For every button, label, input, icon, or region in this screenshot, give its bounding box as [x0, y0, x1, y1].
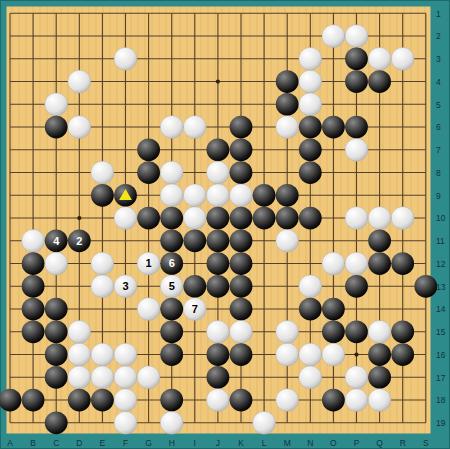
coord-number: 8	[436, 168, 441, 178]
coord-letter: L	[262, 438, 267, 448]
stone-white[interactable]	[391, 47, 414, 70]
coord-letter: R	[400, 438, 406, 448]
coord-number: 4	[436, 77, 441, 87]
stone-white[interactable]	[68, 116, 91, 139]
stone-white[interactable]	[91, 275, 114, 298]
stone-black[interactable]	[22, 298, 45, 321]
stone-white[interactable]	[345, 25, 368, 48]
stone-black[interactable]	[45, 298, 68, 321]
stone-black[interactable]	[391, 320, 414, 343]
stone-black[interactable]	[91, 184, 114, 207]
stone-white[interactable]	[230, 320, 253, 343]
stone-black[interactable]	[414, 275, 437, 298]
stone-black[interactable]	[368, 229, 391, 252]
stone-white[interactable]	[160, 184, 183, 207]
coord-number: 6	[436, 122, 441, 132]
stone-white[interactable]	[299, 70, 322, 93]
stone-black[interactable]	[276, 93, 299, 116]
stone-white[interactable]	[45, 93, 68, 116]
star-point	[216, 79, 220, 83]
stone-black[interactable]	[207, 343, 230, 366]
coord-letter: F	[123, 438, 128, 448]
coord-number: 16	[436, 350, 446, 360]
stone-black[interactable]	[391, 252, 414, 275]
coord-number: 12	[436, 259, 446, 269]
stone-black[interactable]	[253, 184, 276, 207]
stone-black[interactable]	[160, 320, 183, 343]
stone-black[interactable]	[230, 116, 253, 139]
stone-white[interactable]	[345, 138, 368, 161]
stone-white[interactable]	[114, 389, 137, 412]
move-number-label: 6	[169, 257, 175, 269]
stone-black[interactable]	[368, 70, 391, 93]
coord-number: 3	[436, 54, 441, 64]
stone-black[interactable]	[22, 320, 45, 343]
stone-black[interactable]	[391, 343, 414, 366]
stone-black[interactable]	[345, 275, 368, 298]
coord-number: 13	[436, 282, 446, 292]
stone-black[interactable]	[322, 116, 345, 139]
stone-black[interactable]	[207, 252, 230, 275]
stone-white[interactable]	[160, 161, 183, 184]
coord-number: 11	[436, 236, 445, 246]
stone-white[interactable]	[68, 343, 91, 366]
coord-number: 18	[436, 395, 446, 405]
stone-black[interactable]	[345, 47, 368, 70]
stone-white[interactable]	[299, 93, 322, 116]
stone-black[interactable]	[45, 343, 68, 366]
stone-black[interactable]	[160, 343, 183, 366]
move-number-label: 7	[192, 303, 198, 315]
coord-letter: P	[354, 438, 360, 448]
stone-white[interactable]	[276, 116, 299, 139]
stone-white[interactable]	[137, 298, 160, 321]
coord-number: 10	[436, 213, 446, 223]
stone-white[interactable]	[45, 252, 68, 275]
coord-letter: D	[76, 438, 82, 448]
coord-letter: C	[53, 438, 59, 448]
stone-black[interactable]	[230, 207, 253, 230]
stone-white[interactable]	[276, 343, 299, 366]
stone-black[interactable]	[276, 207, 299, 230]
move-number-label: 3	[122, 280, 128, 292]
stone-black[interactable]	[322, 389, 345, 412]
coord-letter: N	[307, 438, 313, 448]
coord-letter: J	[216, 438, 220, 448]
coord-letter: O	[330, 438, 337, 448]
stone-black[interactable]	[299, 138, 322, 161]
stone-black[interactable]	[160, 229, 183, 252]
stone-white[interactable]	[183, 184, 206, 207]
coord-number: 5	[436, 100, 441, 110]
stone-white[interactable]	[276, 229, 299, 252]
move-number-label: 5	[169, 280, 175, 292]
coord-letter: Q	[376, 438, 383, 448]
stone-white[interactable]	[114, 47, 137, 70]
coord-number: 17	[436, 373, 446, 383]
stone-white[interactable]	[91, 161, 114, 184]
stone-white[interactable]	[207, 389, 230, 412]
stone-black[interactable]	[299, 207, 322, 230]
coord-letter: I	[194, 438, 196, 448]
stone-black[interactable]	[299, 298, 322, 321]
stone-black[interactable]	[230, 161, 253, 184]
coord-letter: B	[30, 438, 36, 448]
stone-black[interactable]	[137, 207, 160, 230]
stone-white[interactable]	[322, 25, 345, 48]
stone-white[interactable]	[183, 207, 206, 230]
stone-black[interactable]	[45, 366, 68, 389]
stone-white[interactable]	[230, 184, 253, 207]
star-point	[77, 216, 81, 220]
stone-black[interactable]	[230, 252, 253, 275]
coord-letter: H	[169, 438, 175, 448]
coord-number: 19	[436, 418, 446, 428]
stone-white[interactable]	[91, 252, 114, 275]
move-number-label: 4	[53, 235, 60, 247]
stone-black[interactable]	[299, 161, 322, 184]
stone-black[interactable]	[230, 138, 253, 161]
move-number-label: 1	[146, 257, 152, 269]
stone-white[interactable]	[345, 252, 368, 275]
stone-white[interactable]	[207, 161, 230, 184]
stone-black[interactable]	[22, 252, 45, 275]
stone-black[interactable]	[207, 138, 230, 161]
stone-white[interactable]	[183, 116, 206, 139]
stone-black[interactable]	[160, 389, 183, 412]
stone-black[interactable]	[137, 138, 160, 161]
stone-black[interactable]	[160, 298, 183, 321]
stone-white[interactable]	[160, 116, 183, 139]
stone-black[interactable]	[22, 389, 45, 412]
stone-black[interactable]	[345, 320, 368, 343]
stone-black[interactable]	[137, 161, 160, 184]
coord-number: 9	[436, 191, 441, 201]
star-point	[354, 352, 358, 356]
stone-black[interactable]	[45, 411, 68, 434]
stone-white[interactable]	[345, 207, 368, 230]
stone-black[interactable]	[68, 389, 91, 412]
coord-number: 15	[436, 327, 446, 337]
stone-white[interactable]	[68, 320, 91, 343]
stone-black[interactable]	[230, 389, 253, 412]
stone-white[interactable]	[22, 229, 45, 252]
stone-black[interactable]	[299, 116, 322, 139]
stone-black[interactable]	[230, 343, 253, 366]
stone-white[interactable]	[368, 389, 391, 412]
stone-white[interactable]	[160, 411, 183, 434]
stone-white[interactable]	[299, 343, 322, 366]
go-board[interactable]: ABCDEFGHIJKLMNOPQRS123456789101112131415…	[0, 0, 450, 449]
stone-black[interactable]	[368, 366, 391, 389]
stone-black[interactable]	[207, 366, 230, 389]
coord-number: 14	[436, 304, 446, 314]
stone-black[interactable]	[160, 207, 183, 230]
coord-number: 1	[436, 9, 441, 19]
stone-white[interactable]	[345, 366, 368, 389]
stone-white[interactable]	[114, 343, 137, 366]
stone-white[interactable]	[114, 366, 137, 389]
stone-black[interactable]	[230, 229, 253, 252]
move-number-label: 2	[76, 235, 82, 247]
stone-white[interactable]	[137, 366, 160, 389]
stone-black[interactable]	[45, 116, 68, 139]
stone-white[interactable]	[114, 207, 137, 230]
stone-black[interactable]	[207, 275, 230, 298]
coord-letter: G	[145, 438, 152, 448]
stone-white[interactable]	[68, 366, 91, 389]
stone-black[interactable]	[183, 229, 206, 252]
stone-black[interactable]	[322, 298, 345, 321]
stone-white[interactable]	[322, 343, 345, 366]
stone-black[interactable]	[230, 298, 253, 321]
coord-letter: A	[7, 438, 13, 448]
stone-black[interactable]	[276, 70, 299, 93]
stone-white[interactable]	[276, 320, 299, 343]
stone-white[interactable]	[68, 70, 91, 93]
stone-white[interactable]	[322, 252, 345, 275]
stone-black[interactable]	[253, 207, 276, 230]
stone-white[interactable]	[299, 47, 322, 70]
stone-white[interactable]	[345, 389, 368, 412]
go-board-window: ABCDEFGHIJKLMNOPQRS123456789101112131415…	[0, 0, 450, 449]
stone-white[interactable]	[368, 207, 391, 230]
stone-black[interactable]	[207, 207, 230, 230]
coord-letter: S	[423, 438, 429, 448]
stone-white[interactable]	[253, 411, 276, 434]
stone-white[interactable]	[299, 366, 322, 389]
stone-black[interactable]	[45, 320, 68, 343]
stone-black[interactable]	[230, 275, 253, 298]
stone-black[interactable]	[22, 275, 45, 298]
stone-white[interactable]	[114, 411, 137, 434]
stone-black[interactable]	[368, 252, 391, 275]
stone-white[interactable]	[91, 366, 114, 389]
coord-number: 7	[436, 145, 441, 155]
stone-white[interactable]	[299, 275, 322, 298]
stone-white[interactable]	[276, 389, 299, 412]
stone-white[interactable]	[207, 320, 230, 343]
stone-black[interactable]	[276, 184, 299, 207]
stone-white[interactable]	[368, 320, 391, 343]
stone-white[interactable]	[368, 47, 391, 70]
stone-black[interactable]	[91, 389, 114, 412]
coord-number: 2	[436, 31, 441, 41]
stone-white[interactable]	[391, 207, 414, 230]
stone-black[interactable]	[207, 229, 230, 252]
stone-black[interactable]	[322, 320, 345, 343]
stone-black[interactable]	[183, 275, 206, 298]
stone-black[interactable]	[345, 116, 368, 139]
stone-white[interactable]	[207, 184, 230, 207]
coord-letter: E	[100, 438, 106, 448]
stone-black[interactable]	[368, 343, 391, 366]
stone-black[interactable]	[345, 70, 368, 93]
coord-letter: M	[284, 438, 291, 448]
stone-white[interactable]	[91, 343, 114, 366]
coord-letter: K	[238, 438, 244, 448]
